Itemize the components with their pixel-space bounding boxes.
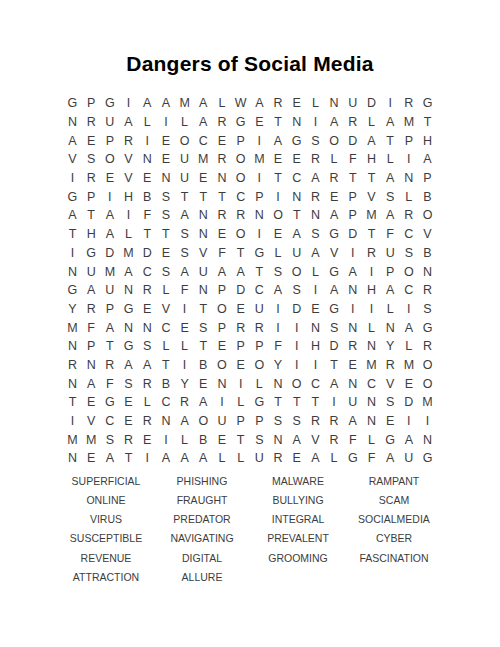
grid-cell[interactable]: D <box>400 393 419 412</box>
grid-cell[interactable]: V <box>157 300 176 319</box>
grid-cell[interactable]: R <box>63 356 82 375</box>
grid-cell[interactable]: U <box>381 244 400 263</box>
grid-cell[interactable]: G <box>101 393 120 412</box>
grid-cell[interactable]: F <box>343 430 362 449</box>
grid-cell[interactable]: F <box>138 206 157 225</box>
grid-cell[interactable]: L <box>362 430 381 449</box>
grid-cell[interactable]: G <box>325 262 344 281</box>
grid-cell[interactable]: N <box>119 281 138 300</box>
grid-cell[interactable]: V <box>119 150 138 169</box>
grid-cell[interactable]: R <box>101 356 120 375</box>
grid-cell[interactable]: S <box>82 150 101 169</box>
grid-cell[interactable]: L <box>362 113 381 132</box>
grid-cell[interactable]: T <box>194 337 213 356</box>
grid-cell[interactable]: I <box>138 131 157 150</box>
grid-cell[interactable]: A <box>63 206 82 225</box>
grid-cell[interactable]: I <box>287 356 306 375</box>
grid-cell[interactable]: E <box>287 150 306 169</box>
grid-cell[interactable]: S <box>325 318 344 337</box>
grid-cell[interactable]: M <box>82 430 101 449</box>
grid-cell[interactable]: N <box>63 113 82 132</box>
grid-cell[interactable]: A <box>381 169 400 188</box>
grid-cell[interactable]: S <box>101 430 120 449</box>
grid-cell[interactable]: G <box>119 300 138 319</box>
grid-cell[interactable]: I <box>101 187 120 206</box>
grid-cell[interactable]: U <box>194 262 213 281</box>
grid-cell[interactable]: M <box>175 94 194 113</box>
grid-cell[interactable]: U <box>250 300 269 319</box>
grid-cell[interactable]: G <box>287 131 306 150</box>
grid-cell[interactable]: A <box>400 318 419 337</box>
grid-cell[interactable]: T <box>269 393 288 412</box>
grid-cell[interactable]: H <box>119 187 138 206</box>
grid-cell[interactable]: N <box>157 169 176 188</box>
grid-cell[interactable]: T <box>287 393 306 412</box>
grid-cell[interactable]: O <box>418 206 437 225</box>
grid-cell[interactable]: I <box>157 430 176 449</box>
grid-cell[interactable]: E <box>194 169 213 188</box>
grid-cell[interactable]: T <box>63 393 82 412</box>
grid-cell[interactable]: S <box>269 412 288 431</box>
grid-cell[interactable]: C <box>231 187 250 206</box>
grid-cell[interactable]: O <box>269 206 288 225</box>
grid-cell[interactable]: U <box>101 113 120 132</box>
grid-cell[interactable]: L <box>325 449 344 468</box>
grid-cell[interactable]: A <box>194 449 213 468</box>
grid-cell[interactable]: A <box>287 430 306 449</box>
grid-cell[interactable]: O <box>325 131 344 150</box>
grid-cell[interactable]: A <box>175 412 194 431</box>
grid-cell[interactable]: A <box>269 131 288 150</box>
grid-cell[interactable]: A <box>231 262 250 281</box>
grid-cell[interactable]: L <box>269 244 288 263</box>
grid-cell[interactable]: A <box>101 318 120 337</box>
grid-cell[interactable]: T <box>63 225 82 244</box>
grid-cell[interactable]: I <box>325 393 344 412</box>
grid-cell[interactable]: L <box>231 449 250 468</box>
grid-cell[interactable]: E <box>82 449 101 468</box>
grid-cell[interactable]: N <box>213 169 232 188</box>
grid-cell[interactable]: F <box>362 449 381 468</box>
grid-cell[interactable]: G <box>418 94 437 113</box>
grid-cell[interactable]: E <box>343 356 362 375</box>
grid-cell[interactable]: A <box>157 449 176 468</box>
grid-cell[interactable]: P <box>82 337 101 356</box>
grid-cell[interactable]: L <box>231 393 250 412</box>
grid-cell[interactable]: W <box>231 94 250 113</box>
grid-cell[interactable]: R <box>138 374 157 393</box>
grid-cell[interactable]: I <box>343 300 362 319</box>
grid-cell[interactable]: I <box>362 300 381 319</box>
grid-cell[interactable]: A <box>306 244 325 263</box>
grid-cell[interactable]: C <box>194 131 213 150</box>
grid-cell[interactable]: T <box>119 449 138 468</box>
grid-cell[interactable]: G <box>119 337 138 356</box>
grid-cell[interactable]: I <box>418 412 437 431</box>
grid-cell[interactable]: C <box>101 412 120 431</box>
grid-cell[interactable]: E <box>175 318 194 337</box>
grid-cell[interactable]: I <box>269 318 288 337</box>
grid-cell[interactable]: L <box>306 94 325 113</box>
grid-cell[interactable]: S <box>381 187 400 206</box>
grid-cell[interactable]: I <box>400 150 419 169</box>
grid-cell[interactable]: N <box>325 94 344 113</box>
grid-cell[interactable]: I <box>269 187 288 206</box>
grid-cell[interactable]: R <box>213 150 232 169</box>
grid-cell[interactable]: L <box>381 150 400 169</box>
grid-cell[interactable]: T <box>138 225 157 244</box>
grid-cell[interactable]: N <box>63 449 82 468</box>
grid-cell[interactable]: E <box>306 300 325 319</box>
grid-cell[interactable]: B <box>418 187 437 206</box>
grid-cell[interactable]: O <box>231 225 250 244</box>
grid-cell[interactable]: M <box>362 206 381 225</box>
grid-cell[interactable]: T <box>306 393 325 412</box>
grid-cell[interactable]: U <box>175 169 194 188</box>
grid-cell[interactable]: I <box>306 281 325 300</box>
grid-cell[interactable]: E <box>157 244 176 263</box>
grid-cell[interactable]: G <box>82 244 101 263</box>
grid-cell[interactable]: P <box>400 131 419 150</box>
grid-cell[interactable]: I <box>381 94 400 113</box>
grid-cell[interactable]: A <box>63 131 82 150</box>
grid-cell[interactable]: T <box>343 169 362 188</box>
grid-cell[interactable]: M <box>194 150 213 169</box>
grid-cell[interactable]: F <box>269 337 288 356</box>
grid-cell[interactable]: T <box>269 169 288 188</box>
grid-cell[interactable]: N <box>194 206 213 225</box>
grid-cell[interactable]: R <box>175 393 194 412</box>
grid-cell[interactable]: D <box>287 300 306 319</box>
grid-cell[interactable]: B <box>138 187 157 206</box>
grid-cell[interactable]: A <box>381 449 400 468</box>
grid-cell[interactable]: A <box>381 113 400 132</box>
grid-cell[interactable]: D <box>138 244 157 263</box>
grid-cell[interactable]: O <box>213 356 232 375</box>
grid-cell[interactable]: T <box>269 113 288 132</box>
grid-cell[interactable]: F <box>175 281 194 300</box>
grid-cell[interactable]: P <box>213 281 232 300</box>
grid-cell[interactable]: S <box>418 300 437 319</box>
grid-cell[interactable]: N <box>362 412 381 431</box>
grid-cell[interactable]: R <box>119 430 138 449</box>
grid-cell[interactable]: R <box>400 206 419 225</box>
grid-cell[interactable]: L <box>213 94 232 113</box>
grid-cell[interactable]: E <box>101 169 120 188</box>
grid-cell[interactable]: T <box>231 244 250 263</box>
grid-cell[interactable]: G <box>418 318 437 337</box>
grid-cell[interactable]: T <box>418 113 437 132</box>
grid-cell[interactable]: U <box>400 449 419 468</box>
grid-cell[interactable]: A <box>381 281 400 300</box>
grid-cell[interactable]: T <box>82 206 101 225</box>
grid-cell[interactable]: F <box>381 225 400 244</box>
grid-cell[interactable]: A <box>119 356 138 375</box>
grid-cell[interactable]: G <box>325 225 344 244</box>
grid-cell[interactable]: A <box>138 94 157 113</box>
grid-cell[interactable]: F <box>343 150 362 169</box>
grid-cell[interactable]: D <box>231 281 250 300</box>
grid-cell[interactable]: T <box>157 356 176 375</box>
grid-cell[interactable]: P <box>213 318 232 337</box>
grid-cell[interactable]: I <box>231 374 250 393</box>
grid-cell[interactable]: N <box>343 318 362 337</box>
grid-cell[interactable]: L <box>400 337 419 356</box>
grid-cell[interactable]: V <box>418 225 437 244</box>
grid-cell[interactable]: T <box>194 187 213 206</box>
grid-cell[interactable]: D <box>343 131 362 150</box>
grid-cell[interactable]: R <box>343 113 362 132</box>
grid-cell[interactable]: L <box>400 187 419 206</box>
grid-cell[interactable]: I <box>63 412 82 431</box>
grid-cell[interactable]: A <box>175 449 194 468</box>
grid-cell[interactable]: H <box>418 131 437 150</box>
grid-cell[interactable]: N <box>213 374 232 393</box>
grid-cell[interactable]: A <box>287 225 306 244</box>
grid-cell[interactable]: P <box>250 187 269 206</box>
grid-cell[interactable]: A <box>194 113 213 132</box>
grid-cell[interactable]: L <box>157 337 176 356</box>
grid-cell[interactable]: I <box>157 113 176 132</box>
grid-cell[interactable]: E <box>231 356 250 375</box>
grid-cell[interactable]: N <box>138 150 157 169</box>
grid-cell[interactable]: M <box>63 318 82 337</box>
grid-cell[interactable]: M <box>400 356 419 375</box>
grid-cell[interactable]: E <box>287 449 306 468</box>
grid-cell[interactable]: R <box>82 300 101 319</box>
grid-cell[interactable]: C <box>157 318 176 337</box>
grid-cell[interactable]: P <box>101 131 120 150</box>
grid-cell[interactable]: R <box>400 94 419 113</box>
grid-cell[interactable]: M <box>400 113 419 132</box>
grid-cell[interactable]: T <box>287 206 306 225</box>
grid-cell[interactable]: S <box>306 225 325 244</box>
grid-cell[interactable]: T <box>250 262 269 281</box>
grid-cell[interactable]: O <box>101 150 120 169</box>
grid-cell[interactable]: L <box>325 150 344 169</box>
grid-cell[interactable]: F <box>213 244 232 263</box>
grid-cell[interactable]: N <box>362 393 381 412</box>
grid-cell[interactable]: E <box>213 337 232 356</box>
grid-cell[interactable]: N <box>306 206 325 225</box>
grid-cell[interactable]: C <box>400 225 419 244</box>
grid-cell[interactable]: A <box>194 94 213 113</box>
grid-cell[interactable]: L <box>362 318 381 337</box>
grid-cell[interactable]: N <box>269 374 288 393</box>
grid-cell[interactable]: G <box>231 113 250 132</box>
grid-cell[interactable]: O <box>418 374 437 393</box>
grid-cell[interactable]: E <box>119 393 138 412</box>
grid-cell[interactable]: I <box>63 169 82 188</box>
grid-cell[interactable]: S <box>287 281 306 300</box>
grid-cell[interactable]: Y <box>381 337 400 356</box>
grid-cell[interactable]: P <box>250 337 269 356</box>
grid-cell[interactable]: U <box>250 449 269 468</box>
grid-cell[interactable]: V <box>325 244 344 263</box>
grid-cell[interactable]: L <box>306 262 325 281</box>
grid-cell[interactable]: Y <box>269 356 288 375</box>
grid-cell[interactable]: E <box>231 300 250 319</box>
grid-cell[interactable]: I <box>400 300 419 319</box>
grid-cell[interactable]: U <box>101 281 120 300</box>
grid-cell[interactable]: R <box>269 449 288 468</box>
grid-cell[interactable]: G <box>63 94 82 113</box>
grid-cell[interactable]: I <box>287 337 306 356</box>
grid-cell[interactable]: V <box>63 150 82 169</box>
grid-cell[interactable]: N <box>418 430 437 449</box>
grid-cell[interactable]: E <box>138 430 157 449</box>
grid-cell[interactable]: E <box>119 412 138 431</box>
grid-cell[interactable]: C <box>400 281 419 300</box>
grid-cell[interactable]: I <box>287 318 306 337</box>
grid-cell[interactable]: S <box>138 337 157 356</box>
grid-cell[interactable]: T <box>362 169 381 188</box>
grid-cell[interactable]: I <box>250 169 269 188</box>
grid-cell[interactable]: B <box>194 356 213 375</box>
grid-cell[interactable]: R <box>325 430 344 449</box>
grid-cell[interactable]: O <box>287 262 306 281</box>
grid-cell[interactable]: P <box>82 187 101 206</box>
grid-cell[interactable]: A <box>381 206 400 225</box>
grid-cell[interactable]: N <box>119 318 138 337</box>
grid-cell[interactable]: I <box>250 225 269 244</box>
grid-cell[interactable]: T <box>213 187 232 206</box>
grid-cell[interactable]: I <box>175 356 194 375</box>
grid-cell[interactable]: S <box>400 244 419 263</box>
grid-cell[interactable]: R <box>231 318 250 337</box>
grid-cell[interactable]: A <box>138 356 157 375</box>
grid-cell[interactable]: S <box>269 262 288 281</box>
grid-cell[interactable]: T <box>362 225 381 244</box>
grid-cell[interactable]: V <box>82 412 101 431</box>
grid-cell[interactable]: G <box>381 430 400 449</box>
grid-cell[interactable]: N <box>269 430 288 449</box>
grid-cell[interactable]: N <box>287 113 306 132</box>
grid-cell[interactable]: R <box>82 113 101 132</box>
grid-cell[interactable]: I <box>306 113 325 132</box>
grid-cell[interactable]: U <box>213 412 232 431</box>
grid-cell[interactable]: L <box>138 113 157 132</box>
grid-cell[interactable]: A <box>343 412 362 431</box>
grid-cell[interactable]: R <box>213 206 232 225</box>
grid-cell[interactable]: S <box>250 430 269 449</box>
grid-cell[interactable]: R <box>306 187 325 206</box>
grid-cell[interactable]: A <box>194 393 213 412</box>
grid-cell[interactable]: M <box>119 244 138 263</box>
grid-cell[interactable]: S <box>175 244 194 263</box>
grid-cell[interactable]: U <box>175 150 194 169</box>
grid-cell[interactable]: S <box>194 318 213 337</box>
grid-cell[interactable]: N <box>157 412 176 431</box>
grid-cell[interactable]: A <box>101 449 120 468</box>
grid-cell[interactable]: V <box>119 169 138 188</box>
grid-cell[interactable]: O <box>418 356 437 375</box>
grid-cell[interactable]: N <box>82 356 101 375</box>
grid-cell[interactable]: E <box>269 150 288 169</box>
grid-cell[interactable]: E <box>157 131 176 150</box>
grid-cell[interactable]: S <box>175 225 194 244</box>
grid-cell[interactable]: T <box>157 225 176 244</box>
grid-cell[interactable]: A <box>82 281 101 300</box>
grid-cell[interactable]: P <box>418 169 437 188</box>
grid-cell[interactable]: N <box>418 262 437 281</box>
grid-cell[interactable]: G <box>250 244 269 263</box>
grid-cell[interactable]: O <box>231 169 250 188</box>
grid-cell[interactable]: N <box>343 281 362 300</box>
grid-cell[interactable]: C <box>306 374 325 393</box>
grid-cell[interactable]: D <box>325 337 344 356</box>
grid-cell[interactable]: A <box>325 113 344 132</box>
grid-cell[interactable]: T <box>175 187 194 206</box>
grid-cell[interactable]: E <box>213 131 232 150</box>
grid-cell[interactable]: C <box>157 393 176 412</box>
grid-cell[interactable]: R <box>362 244 381 263</box>
grid-cell[interactable]: T <box>194 300 213 319</box>
grid-cell[interactable]: S <box>119 374 138 393</box>
grid-cell[interactable]: H <box>306 337 325 356</box>
grid-cell[interactable]: D <box>101 244 120 263</box>
grid-cell[interactable]: E <box>194 374 213 393</box>
grid-cell[interactable]: G <box>101 94 120 113</box>
grid-cell[interactable]: A <box>343 262 362 281</box>
grid-cell[interactable]: N <box>63 374 82 393</box>
grid-cell[interactable]: C <box>138 262 157 281</box>
grid-cell[interactable]: G <box>63 187 82 206</box>
grid-cell[interactable]: L <box>213 449 232 468</box>
grid-cell[interactable]: G <box>343 449 362 468</box>
grid-cell[interactable]: H <box>362 150 381 169</box>
grid-cell[interactable]: L <box>175 430 194 449</box>
grid-cell[interactable]: C <box>362 374 381 393</box>
grid-cell[interactable]: A <box>325 281 344 300</box>
grid-cell[interactable]: E <box>250 113 269 132</box>
grid-cell[interactable]: A <box>306 449 325 468</box>
grid-cell[interactable]: E <box>138 169 157 188</box>
grid-cell[interactable]: O <box>194 412 213 431</box>
grid-cell[interactable]: L <box>250 374 269 393</box>
grid-cell[interactable]: I <box>138 449 157 468</box>
grid-cell[interactable]: O <box>250 356 269 375</box>
grid-cell[interactable]: P <box>82 94 101 113</box>
grid-cell[interactable]: A <box>119 113 138 132</box>
grid-cell[interactable]: N <box>194 225 213 244</box>
grid-cell[interactable]: R <box>306 150 325 169</box>
grid-cell[interactable]: Y <box>63 300 82 319</box>
grid-cell[interactable]: O <box>175 131 194 150</box>
grid-cell[interactable]: N <box>194 281 213 300</box>
grid-cell[interactable]: R <box>381 356 400 375</box>
grid-cell[interactable]: M <box>250 150 269 169</box>
grid-cell[interactable]: H <box>362 281 381 300</box>
grid-cell[interactable]: L <box>175 113 194 132</box>
grid-cell[interactable]: N <box>63 262 82 281</box>
grid-cell[interactable]: A <box>82 374 101 393</box>
grid-cell[interactable]: O <box>231 150 250 169</box>
grid-cell[interactable]: N <box>138 318 157 337</box>
grid-cell[interactable]: R <box>138 281 157 300</box>
grid-cell[interactable]: E <box>381 412 400 431</box>
grid-cell[interactable]: P <box>343 187 362 206</box>
grid-cell[interactable]: M <box>418 393 437 412</box>
grid-cell[interactable]: N <box>381 318 400 337</box>
grid-cell[interactable]: I <box>306 356 325 375</box>
grid-cell[interactable]: M <box>362 356 381 375</box>
grid-cell[interactable]: F <box>101 374 120 393</box>
grid-cell[interactable]: E <box>82 393 101 412</box>
grid-cell[interactable]: P <box>250 412 269 431</box>
grid-cell[interactable]: V <box>194 244 213 263</box>
grid-cell[interactable]: L <box>175 337 194 356</box>
